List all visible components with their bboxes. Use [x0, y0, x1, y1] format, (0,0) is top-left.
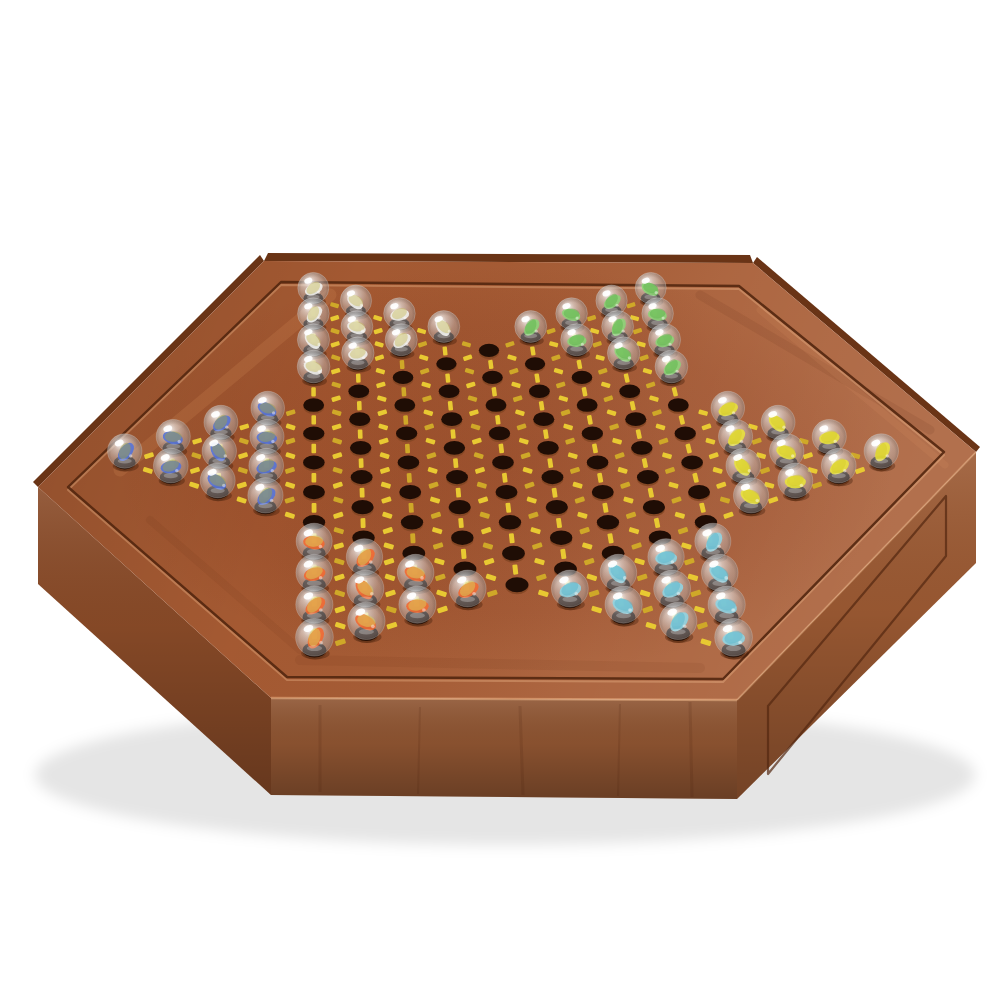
- board-hole[interactable]: [482, 371, 503, 386]
- board-hole[interactable]: [479, 344, 499, 359]
- board-hole[interactable]: [451, 530, 473, 547]
- board-hole[interactable]: [436, 357, 456, 372]
- board-hole[interactable]: [681, 455, 703, 471]
- board-hole[interactable]: [502, 546, 525, 563]
- lattice-dash: [401, 387, 406, 396]
- board-hole[interactable]: [399, 485, 421, 501]
- marble-orange[interactable]: [449, 570, 486, 610]
- board-hole[interactable]: [637, 470, 659, 486]
- lattice-dash: [403, 415, 408, 425]
- board-hole[interactable]: [439, 384, 460, 399]
- board-hole[interactable]: [619, 384, 640, 399]
- board-hole[interactable]: [303, 455, 325, 471]
- board-hole[interactable]: [351, 470, 373, 486]
- lattice-dash: [360, 518, 365, 528]
- board-hole[interactable]: [533, 412, 554, 428]
- marble-cyan[interactable]: [659, 602, 696, 643]
- lattice-dash: [356, 374, 361, 383]
- board-hole[interactable]: [441, 412, 462, 428]
- lattice-dash: [358, 429, 363, 438]
- board-hole[interactable]: [486, 398, 507, 414]
- board-hole[interactable]: [546, 500, 568, 516]
- marble-orange[interactable]: [399, 586, 436, 626]
- lattice-dash: [445, 373, 450, 382]
- lattice-dash: [450, 429, 455, 439]
- lattice-dash: [312, 473, 317, 483]
- board-hole[interactable]: [350, 441, 371, 457]
- board-hole[interactable]: [394, 398, 415, 414]
- board-hole[interactable]: [303, 427, 324, 443]
- lattice-dash: [312, 503, 317, 513]
- marble-cyan[interactable]: [605, 586, 642, 626]
- lattice-dash: [359, 458, 364, 468]
- board-hole[interactable]: [537, 441, 558, 457]
- chinese-checkers-board: [0, 0, 1000, 1000]
- board-hole[interactable]: [349, 412, 370, 428]
- marble-orange[interactable]: [348, 602, 385, 643]
- board-hole[interactable]: [492, 455, 514, 471]
- board-hole[interactable]: [675, 427, 696, 443]
- board-hole[interactable]: [542, 470, 564, 486]
- board-hole[interactable]: [303, 398, 324, 414]
- board-hole[interactable]: [303, 485, 325, 501]
- board-photo: [0, 0, 1000, 1000]
- board-hole[interactable]: [499, 515, 521, 531]
- board-hole[interactable]: [398, 455, 420, 471]
- board-hole[interactable]: [592, 485, 614, 501]
- board-hole[interactable]: [449, 500, 471, 516]
- board-hole[interactable]: [525, 357, 545, 372]
- lattice-dash: [442, 346, 447, 355]
- marble-cyan[interactable]: [551, 570, 588, 610]
- lattice-dash: [311, 415, 316, 424]
- board-side-front-shade: [271, 698, 737, 799]
- board-hole[interactable]: [688, 485, 710, 501]
- board-hole[interactable]: [643, 500, 665, 516]
- board-hole[interactable]: [352, 500, 374, 516]
- lattice-dash: [453, 458, 459, 468]
- board-hole[interactable]: [587, 455, 609, 471]
- lattice-dash: [405, 444, 410, 454]
- board-hole[interactable]: [550, 530, 572, 547]
- board-hole[interactable]: [393, 371, 414, 386]
- lattice-dash: [357, 401, 362, 410]
- lattice-dash: [458, 518, 464, 528]
- lattice-dash: [448, 401, 453, 411]
- lattice-dash: [360, 488, 365, 498]
- lattice-dash: [407, 473, 412, 483]
- board-hole[interactable]: [489, 427, 510, 443]
- lattice-dash: [456, 488, 462, 498]
- lattice-dash: [311, 444, 316, 453]
- lattice-dash: [311, 387, 316, 396]
- lattice-dash: [461, 549, 467, 559]
- lattice-dash: [410, 533, 415, 543]
- lattice-dash: [408, 503, 413, 513]
- board-hole[interactable]: [401, 515, 423, 531]
- board-hole[interactable]: [668, 398, 689, 414]
- board-hole[interactable]: [506, 577, 529, 594]
- lattice-dash: [400, 360, 405, 369]
- board-hole[interactable]: [597, 515, 619, 531]
- board-hole[interactable]: [496, 485, 518, 501]
- marble-cyan[interactable]: [715, 618, 753, 659]
- board-hole[interactable]: [446, 470, 468, 486]
- board-hole[interactable]: [396, 427, 417, 443]
- board-hole[interactable]: [444, 441, 465, 457]
- marble-orange[interactable]: [296, 618, 334, 659]
- board-hole[interactable]: [529, 384, 550, 399]
- board-hole[interactable]: [631, 441, 652, 457]
- board-hole[interactable]: [348, 384, 369, 399]
- board-hole[interactable]: [572, 371, 593, 386]
- board-hole[interactable]: [625, 412, 646, 428]
- board-hole[interactable]: [577, 398, 598, 414]
- board-hole[interactable]: [582, 427, 603, 443]
